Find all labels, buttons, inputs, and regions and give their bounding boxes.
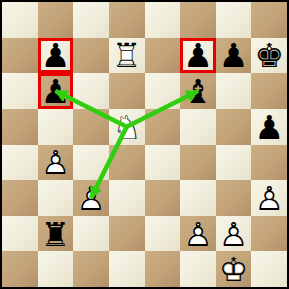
square-g8[interactable]: [216, 2, 252, 38]
square-a6[interactable]: [2, 73, 38, 109]
black-bishop-f6[interactable]: ♝: [180, 73, 216, 109]
square-e1[interactable]: [145, 251, 181, 287]
square-h4[interactable]: [251, 145, 287, 181]
white-pawn-glyph-outline: ♙: [216, 217, 252, 250]
white-pawn-glyph-outline: ♙: [180, 217, 216, 250]
black-pawn-glyph: ♟: [38, 39, 74, 72]
black-pawn-b7[interactable]: ♟: [38, 38, 74, 74]
square-c6[interactable]: [73, 73, 109, 109]
square-g4[interactable]: [216, 145, 252, 181]
white-pawn-c3[interactable]: ♟♙: [73, 180, 109, 216]
square-e8[interactable]: [145, 2, 181, 38]
square-b8[interactable]: [38, 2, 74, 38]
white-knight-d5[interactable]: ♞♘: [109, 109, 145, 145]
square-a5[interactable]: [2, 109, 38, 145]
square-f5[interactable]: [180, 109, 216, 145]
square-a8[interactable]: [2, 2, 38, 38]
square-a1[interactable]: [2, 251, 38, 287]
chess-board-frame: ♟♜♖♟♟♚♟♝♞♘♟♟♙♟♙♟♙♜♟♙♟♙♚♔: [0, 0, 289, 289]
white-rook-glyph-outline: ♖: [109, 39, 145, 72]
square-g3[interactable]: [216, 180, 252, 216]
square-f1[interactable]: [180, 251, 216, 287]
square-e2[interactable]: [145, 216, 181, 252]
white-pawn-h3[interactable]: ♟♙: [251, 180, 287, 216]
white-rook-d7[interactable]: ♜♖: [109, 38, 145, 74]
square-d1[interactable]: [109, 251, 145, 287]
white-pawn-glyph-outline: ♙: [251, 181, 287, 214]
square-a4[interactable]: [2, 145, 38, 181]
square-c7[interactable]: [73, 38, 109, 74]
square-d4[interactable]: [109, 145, 145, 181]
square-b3[interactable]: [38, 180, 74, 216]
white-pawn-f2[interactable]: ♟♙: [180, 216, 216, 252]
square-h1[interactable]: [251, 251, 287, 287]
white-pawn-b4[interactable]: ♟♙: [38, 145, 74, 181]
square-d8[interactable]: [109, 2, 145, 38]
square-h2[interactable]: [251, 216, 287, 252]
black-king-glyph: ♚: [251, 39, 287, 72]
square-b5[interactable]: [38, 109, 74, 145]
square-g6[interactable]: [216, 73, 252, 109]
square-c4[interactable]: [73, 145, 109, 181]
square-f4[interactable]: [180, 145, 216, 181]
black-pawn-glyph: ♟: [216, 39, 252, 72]
white-pawn-glyph-outline: ♙: [38, 146, 74, 179]
black-bishop-glyph: ♝: [180, 75, 216, 108]
white-king-g1[interactable]: ♚♔: [216, 251, 252, 287]
black-pawn-glyph: ♟: [180, 39, 216, 72]
square-f3[interactable]: [180, 180, 216, 216]
square-f8[interactable]: [180, 2, 216, 38]
black-pawn-f7[interactable]: ♟: [180, 38, 216, 74]
square-a3[interactable]: [2, 180, 38, 216]
white-king-glyph-outline: ♔: [216, 253, 252, 286]
black-pawn-b6[interactable]: ♟: [38, 73, 74, 109]
white-pawn-g2[interactable]: ♟♙: [216, 216, 252, 252]
square-e3[interactable]: [145, 180, 181, 216]
square-e5[interactable]: [145, 109, 181, 145]
square-e4[interactable]: [145, 145, 181, 181]
square-d6[interactable]: [109, 73, 145, 109]
square-a7[interactable]: [2, 38, 38, 74]
chess-board[interactable]: ♟♜♖♟♟♚♟♝♞♘♟♟♙♟♙♟♙♜♟♙♟♙♚♔: [2, 2, 287, 287]
square-b1[interactable]: [38, 251, 74, 287]
black-pawn-glyph: ♟: [251, 110, 287, 143]
black-pawn-glyph: ♟: [38, 75, 74, 108]
black-pawn-h5[interactable]: ♟: [251, 109, 287, 145]
square-c1[interactable]: [73, 251, 109, 287]
black-rook-glyph: ♜: [38, 217, 74, 250]
square-h8[interactable]: [251, 2, 287, 38]
square-h6[interactable]: [251, 73, 287, 109]
square-c5[interactable]: [73, 109, 109, 145]
square-c2[interactable]: [73, 216, 109, 252]
white-knight-glyph-outline: ♘: [109, 110, 145, 143]
square-g5[interactable]: [216, 109, 252, 145]
square-a2[interactable]: [2, 216, 38, 252]
square-e6[interactable]: [145, 73, 181, 109]
black-pawn-g7[interactable]: ♟: [216, 38, 252, 74]
square-d3[interactable]: [109, 180, 145, 216]
square-d2[interactable]: [109, 216, 145, 252]
square-c8[interactable]: [73, 2, 109, 38]
black-rook-b2[interactable]: ♜: [38, 216, 74, 252]
white-pawn-glyph-outline: ♙: [73, 181, 109, 214]
square-e7[interactable]: [145, 38, 181, 74]
black-king-h7[interactable]: ♚: [251, 38, 287, 74]
